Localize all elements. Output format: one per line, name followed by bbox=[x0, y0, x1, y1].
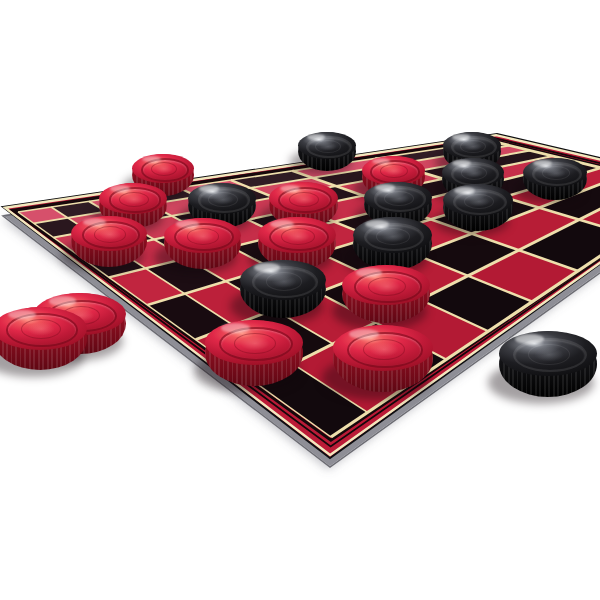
piece-glint bbox=[365, 220, 389, 228]
piece-crown-emboss bbox=[119, 192, 148, 207]
piece-crown-emboss bbox=[208, 192, 237, 207]
piece-crown-emboss bbox=[234, 333, 275, 354]
piece-glint bbox=[199, 185, 219, 192]
piece-glint bbox=[254, 263, 280, 272]
piece-glint bbox=[307, 134, 324, 140]
checker-black-r6c8[interactable] bbox=[523, 158, 587, 200]
piece-crown-emboss bbox=[266, 272, 302, 291]
checker-black-r4c2[interactable] bbox=[240, 260, 326, 318]
piece-crown-emboss bbox=[281, 228, 314, 245]
piece-crown-emboss bbox=[376, 228, 410, 245]
piece-crown-emboss bbox=[528, 344, 569, 365]
piece-crown-emboss bbox=[464, 194, 494, 209]
piece-glint bbox=[110, 185, 130, 192]
piece-crown-emboss bbox=[289, 192, 319, 207]
checker-red-r5c3[interactable] bbox=[342, 265, 430, 323]
piece-glint bbox=[452, 134, 469, 140]
piece-glint bbox=[270, 220, 293, 228]
piece-crown-emboss bbox=[368, 277, 405, 296]
piece-glint bbox=[280, 185, 301, 192]
piece-glint bbox=[454, 187, 475, 194]
off-board-checker-red[interactable] bbox=[0, 307, 87, 370]
checker-black-r5c6[interactable] bbox=[443, 184, 513, 231]
piece-crown-emboss bbox=[460, 140, 485, 153]
piece-glint bbox=[349, 329, 379, 339]
piece-glint bbox=[142, 156, 161, 162]
piece-glint bbox=[221, 323, 250, 333]
checker-red-r5c1[interactable] bbox=[205, 320, 303, 386]
piece-crown-emboss bbox=[94, 226, 126, 243]
off-board-checker-black[interactable] bbox=[499, 331, 597, 397]
photo-canvas bbox=[0, 0, 600, 600]
piece-glint bbox=[515, 334, 544, 344]
checker-red-r6c2[interactable] bbox=[333, 325, 433, 392]
piece-glint bbox=[49, 296, 77, 305]
piece-glint bbox=[452, 160, 471, 166]
piece-crown-emboss bbox=[315, 140, 340, 153]
piece-crown-emboss bbox=[384, 191, 413, 206]
checker-red-r2c2[interactable] bbox=[164, 218, 241, 269]
piece-glint bbox=[83, 218, 106, 226]
piece-crown-emboss bbox=[380, 164, 407, 178]
checker-black-r3c6[interactable] bbox=[298, 132, 356, 171]
checker-black-r4c4[interactable] bbox=[353, 217, 432, 270]
piece-crown-emboss bbox=[187, 228, 220, 245]
piece-glint bbox=[375, 184, 395, 191]
piece-crown-emboss bbox=[363, 339, 405, 360]
checker-red-r1c1[interactable] bbox=[71, 216, 147, 267]
piece-glint bbox=[176, 220, 199, 228]
